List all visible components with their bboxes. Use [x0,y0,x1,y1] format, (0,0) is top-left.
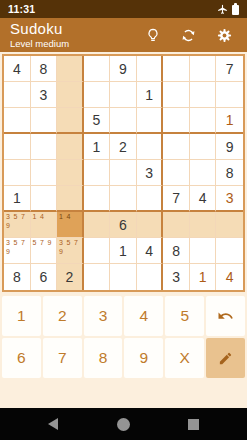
restart-icon [181,28,196,43]
cell-r8c6[interactable]: 4 [137,238,164,264]
cell-r8c2[interactable]: 579 [31,238,58,264]
cell-r5c1[interactable] [4,160,31,186]
cell-r5c4[interactable] [84,160,111,186]
cell-r9c9[interactable]: 4 [216,264,243,290]
pencil-button[interactable] [206,338,245,378]
cell-r7c6[interactable] [137,212,164,238]
cell-r6c5[interactable] [110,186,137,212]
recents-button[interactable] [188,419,199,430]
cell-r3c4[interactable]: 5 [84,108,111,134]
numpad-button-8[interactable]: 8 [84,338,123,378]
cell-r5c8[interactable] [190,160,217,186]
cell-r9c3[interactable]: 2 [57,264,84,290]
numpad-button-3[interactable]: 3 [84,296,123,336]
cell-r5c9[interactable]: 8 [216,160,243,186]
cell-r5c7[interactable] [163,160,190,186]
numpad-button-1[interactable]: 1 [2,296,41,336]
cell-r2c5[interactable] [110,82,137,108]
cell-r1c1[interactable]: 4 [4,56,31,82]
cell-r8c5[interactable]: 1 [110,238,137,264]
cell-r7c9[interactable] [216,212,243,238]
cell-r3c2[interactable] [31,108,58,134]
cell-r4c8[interactable] [190,134,217,160]
cell-r4c3[interactable] [57,134,84,160]
airplane-mode-icon [217,4,228,15]
cell-r9c2[interactable]: 6 [31,264,58,290]
cell-r1c8[interactable] [190,56,217,82]
cell-r3c5[interactable] [110,108,137,134]
page-title: Sudoku [10,21,69,37]
numpad-button-4[interactable]: 4 [124,296,163,336]
cell-r2c6[interactable]: 1 [137,82,164,108]
cell-r4c5[interactable]: 2 [110,134,137,160]
cell-r5c5[interactable] [110,160,137,186]
cell-r3c7[interactable] [163,108,190,134]
back-button[interactable] [48,418,58,430]
cell-r1c7[interactable] [163,56,190,82]
settings-button[interactable] [217,28,232,43]
cell-r8c1[interactable]: 3579 [4,238,31,264]
cell-r3c6[interactable] [137,108,164,134]
cell-r7c2[interactable]: 14 [31,212,58,238]
numpad-button-5[interactable]: 5 [165,296,204,336]
pencil-icon [218,351,233,366]
lightbulb-icon [146,28,160,43]
cell-r6c3[interactable] [57,186,84,212]
cell-r5c2[interactable] [31,160,58,186]
cell-r2c4[interactable] [84,82,111,108]
recents-square-icon [188,419,199,430]
home-button[interactable] [117,418,130,431]
cell-r7c4[interactable] [84,212,111,238]
cell-r2c2[interactable]: 3 [31,82,58,108]
cell-r1c6[interactable] [137,56,164,82]
app-bar: Sudoku Level medium [0,18,247,52]
back-triangle-icon [48,418,58,430]
status-bar: 11:31 [0,0,247,18]
android-nav-bar [0,408,247,440]
numpad-button-6[interactable]: 6 [2,338,41,378]
numpad: 1 2 3 4 5 6 7 8 9 X [2,296,245,378]
cell-r1c4[interactable] [84,56,111,82]
numpad-button-7[interactable]: 7 [43,338,82,378]
numpad-button-9[interactable]: 9 [124,338,163,378]
cell-r5c6[interactable]: 3 [137,160,164,186]
pencil-notes: 3579 [6,239,30,256]
level-subtitle: Level medium [10,38,69,49]
home-circle-icon [117,418,130,431]
cell-r1c9[interactable]: 7 [216,56,243,82]
cell-r4c6[interactable] [137,134,164,160]
cell-r2c7[interactable] [163,82,190,108]
cell-r6c4[interactable] [84,186,111,212]
cell-r6c7[interactable]: 7 [163,186,190,212]
cell-r8c4[interactable] [84,238,111,264]
cell-r6c6[interactable] [137,186,164,212]
clock: 11:31 [8,3,35,15]
cell-r4c7[interactable] [163,134,190,160]
cell-r1c5[interactable]: 9 [110,56,137,82]
cell-r9c1[interactable]: 8 [4,264,31,290]
gear-icon [217,28,232,43]
cell-r5c3[interactable] [57,160,84,186]
undo-arrow-icon [217,309,234,323]
cell-r9c5[interactable] [110,264,137,290]
cell-r9c7[interactable]: 3 [163,264,190,290]
sudoku-app: 11:31 Sudoku Level medium [0,0,247,440]
cell-r3c1[interactable] [4,108,31,134]
hint-button[interactable] [146,28,160,43]
cell-r4c1[interactable] [4,134,31,160]
sudoku-board: 4897315112938174335791414635795793579148… [2,54,245,292]
cell-r9c4[interactable] [84,264,111,290]
cell-r2c9[interactable] [216,82,243,108]
cell-r7c5[interactable]: 6 [110,212,137,238]
cell-r2c3[interactable] [57,82,84,108]
cell-r7c1[interactable]: 3579 [4,212,31,238]
numpad-button-clear[interactable]: X [165,338,204,378]
pencil-notes: 3579 [59,239,82,256]
cell-r8c9[interactable] [216,238,243,264]
cell-r7c8[interactable] [190,212,217,238]
cell-r6c1[interactable]: 1 [4,186,31,212]
cell-r2c8[interactable] [190,82,217,108]
cell-r3c3[interactable] [57,108,84,134]
cell-r9c6[interactable] [137,264,164,290]
cell-r1c3[interactable] [57,56,84,82]
cell-r4c4[interactable]: 1 [84,134,111,160]
cell-r6c2[interactable] [31,186,58,212]
cell-r2c1[interactable] [4,82,31,108]
pencil-notes: 14 [33,213,57,222]
cell-r3c8[interactable] [190,108,217,134]
cell-r6c9[interactable]: 3 [216,186,243,212]
pencil-notes: 14 [59,213,82,222]
restart-button[interactable] [181,28,196,43]
cell-r3c9[interactable]: 1 [216,108,243,134]
cell-r1c2[interactable]: 8 [31,56,58,82]
battery-icon [232,5,239,15]
cell-r7c3[interactable]: 14 [57,212,84,238]
cell-r4c9[interactable]: 9 [216,134,243,160]
cell-r4c2[interactable] [31,134,58,160]
cell-r6c8[interactable]: 4 [190,186,217,212]
cell-r9c8[interactable]: 1 [190,264,217,290]
cell-r8c8[interactable] [190,238,217,264]
pencil-notes: 579 [33,239,57,248]
cell-r7c7[interactable] [163,212,190,238]
numpad-button-2[interactable]: 2 [43,296,82,336]
undo-button[interactable] [206,296,245,336]
cell-r8c7[interactable]: 8 [163,238,190,264]
cell-r8c3[interactable]: 3579 [57,238,84,264]
pencil-notes: 3579 [6,213,30,230]
